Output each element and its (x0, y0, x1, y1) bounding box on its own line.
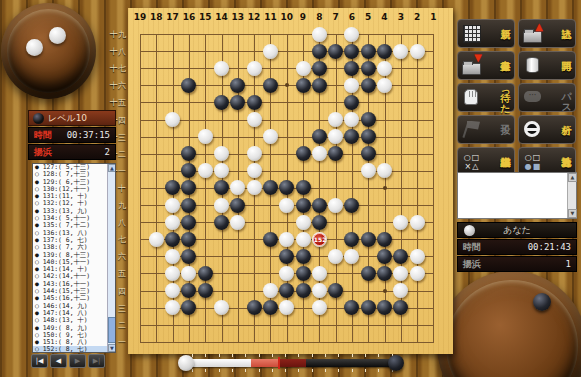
white-stone[interactable] (230, 215, 245, 230)
white-stone[interactable] (344, 112, 359, 127)
black-stone[interactable] (361, 112, 376, 127)
black-stone[interactable] (377, 44, 392, 59)
white-stone[interactable] (263, 129, 278, 144)
move-list-item[interactable]: ○ 152:( 8, 七) (33, 346, 115, 353)
white-stone[interactable] (263, 283, 278, 298)
column-label: 2 (409, 12, 426, 22)
white-stone[interactable] (214, 61, 229, 76)
white-slider-knob[interactable] (178, 355, 194, 371)
white-stone[interactable] (214, 146, 229, 161)
black-stone[interactable] (198, 283, 213, 298)
black-stone[interactable] (328, 146, 343, 161)
black-stone-icon (33, 113, 44, 124)
black-stone[interactable] (230, 198, 245, 213)
tick-mark (365, 369, 366, 372)
next-move-button[interactable]: ▶ (69, 354, 86, 368)
black-stone[interactable] (312, 61, 327, 76)
tick-mark (365, 354, 366, 357)
last-move-button[interactable]: ▶| (88, 354, 105, 368)
move-number-badge: 152 (313, 233, 326, 246)
tick-mark (378, 369, 379, 372)
black-stone[interactable] (377, 249, 392, 264)
speech-bubble-icon: ··· (522, 87, 544, 109)
button-label: 再開 (560, 53, 572, 79)
player-name-bar: あなた (457, 222, 577, 238)
flag-icon (461, 119, 483, 141)
center-marker (278, 357, 280, 369)
folder-up-icon: ▲ (522, 23, 544, 45)
white-stone[interactable] (279, 300, 294, 315)
black-stone[interactable] (230, 78, 245, 93)
black-stone[interactable] (312, 129, 327, 144)
white-stone[interactable] (410, 215, 425, 230)
button-label: 分析 (560, 117, 572, 143)
row-label: 十九 (108, 29, 126, 40)
column-label: 1 (425, 12, 442, 22)
cylinder-icon (522, 55, 544, 77)
tick-mark (219, 354, 220, 357)
column-label: 15 (197, 12, 214, 22)
white-stone[interactable] (393, 283, 408, 298)
edit-shapes-icon: ○□ ×△ (461, 151, 483, 173)
playback-controls: |◀◀▶▶| (31, 354, 105, 368)
white-stone[interactable] (344, 249, 359, 264)
column-label: 7 (327, 12, 344, 22)
white-stone[interactable] (312, 300, 327, 315)
black-stone[interactable] (296, 78, 311, 93)
tick-mark (232, 369, 233, 372)
tick-mark (352, 354, 353, 357)
black-stone[interactable] (344, 44, 359, 59)
game-progress-slider[interactable] (178, 352, 404, 374)
white-stone[interactable] (296, 232, 311, 247)
white-stone[interactable] (247, 112, 262, 127)
grid-line (140, 342, 434, 343)
white-stone[interactable] (279, 232, 294, 247)
column-label: 19 (132, 12, 149, 22)
row-label: 十五 (108, 97, 126, 108)
black-stone[interactable] (230, 95, 245, 110)
button-label: 地合計算 (560, 149, 572, 175)
black-stone[interactable] (263, 78, 278, 93)
tick-mark (205, 354, 206, 357)
opponent-name: レベル10 (48, 112, 87, 125)
captures-label: 揚浜 (463, 258, 481, 271)
column-label: 8 (311, 12, 328, 22)
player-time-row: 時間 00:21:43 (457, 239, 577, 255)
white-stone[interactable] (230, 180, 245, 195)
black-stone[interactable] (344, 300, 359, 315)
resign-button[interactable]: 投了 (457, 115, 515, 144)
black-stone[interactable] (361, 266, 376, 281)
column-label: 3 (392, 12, 409, 22)
black-stone[interactable] (361, 61, 376, 76)
black-slider-knob[interactable] (388, 355, 404, 371)
last-move-marked-stone[interactable]: 152 (312, 232, 327, 247)
white-stone[interactable] (247, 163, 262, 178)
white-stone[interactable] (247, 146, 262, 161)
tick-mark (205, 369, 206, 372)
white-stone[interactable] (165, 249, 180, 264)
black-stone[interactable] (165, 232, 180, 247)
white-stone[interactable] (344, 78, 359, 93)
white-stone[interactable] (214, 163, 229, 178)
white-stone-icon (464, 225, 475, 236)
black-stone[interactable] (263, 180, 278, 195)
load-button[interactable]: ▲読込 (518, 19, 576, 48)
black-stone[interactable] (344, 95, 359, 110)
tick-mark (259, 369, 260, 372)
black-stone[interactable] (328, 283, 343, 298)
white-territory-segment (186, 359, 251, 367)
tick-mark (338, 369, 339, 372)
player-name: あなた (503, 224, 531, 237)
tick-mark (352, 369, 353, 372)
black-stone[interactable] (377, 266, 392, 281)
prev-move-button[interactable]: ◀ (50, 354, 67, 368)
time-label: 時間 (463, 241, 481, 254)
black-stone[interactable] (296, 198, 311, 213)
white-stone[interactable] (247, 61, 262, 76)
message-list-box[interactable]: ▲ ▼ (457, 172, 577, 219)
scroll-up-icon[interactable]: ▲ (108, 164, 116, 172)
white-stone[interactable] (361, 163, 376, 178)
black-stone[interactable] (312, 44, 327, 59)
black-stone[interactable] (181, 232, 196, 247)
move-list-scrollbar[interactable]: ▲ ▼ (107, 164, 115, 352)
white-stone[interactable] (165, 198, 180, 213)
black-stone[interactable] (214, 215, 229, 230)
white-stone[interactable] (312, 283, 327, 298)
black-stone[interactable] (361, 44, 376, 59)
light-red-segment (251, 359, 278, 367)
tick-mark (219, 369, 220, 372)
new-game-button[interactable]: 新規 (457, 19, 515, 48)
player-time-value: 00:21:43 (528, 242, 571, 252)
black-stone[interactable] (328, 44, 343, 59)
black-stone[interactable] (181, 180, 196, 195)
white-stone[interactable] (328, 249, 343, 264)
black-stone[interactable] (393, 249, 408, 264)
tick-mark (285, 354, 286, 357)
white-stone[interactable] (181, 266, 196, 281)
white-stone[interactable] (393, 215, 408, 230)
tick-mark (325, 354, 326, 357)
column-label: 12 (246, 12, 263, 22)
pass-button[interactable]: ···パス (518, 83, 576, 112)
black-stone[interactable] (361, 146, 376, 161)
tick-mark (312, 369, 313, 372)
star-point (285, 83, 289, 87)
black-stone[interactable] (312, 198, 327, 213)
white-stone[interactable] (410, 249, 425, 264)
opponent-captures-value: 2 (105, 147, 110, 157)
button-label: 投了 (499, 117, 511, 143)
tick-mark (312, 354, 313, 357)
button-label: パス (560, 85, 572, 111)
dark-red-segment (278, 359, 305, 367)
bowl-top-icon (522, 119, 544, 141)
black-stone[interactable] (181, 300, 196, 315)
scroll-up-icon[interactable]: ▲ (568, 173, 577, 182)
black-stone[interactable] (181, 283, 196, 298)
black-stone[interactable] (377, 232, 392, 247)
white-stone[interactable] (165, 283, 180, 298)
overwrite-save-button[interactable]: ▼上書保存 (457, 51, 515, 80)
white-stone[interactable] (328, 129, 343, 144)
black-stone[interactable] (393, 300, 408, 315)
white-stone[interactable] (279, 266, 294, 281)
progress-track[interactable] (186, 359, 396, 367)
black-stone[interactable] (361, 129, 376, 144)
white-stone[interactable] (377, 78, 392, 93)
white-stone[interactable] (149, 232, 164, 247)
black-stone[interactable] (361, 78, 376, 93)
folder-down-icon: ▼ (461, 55, 483, 77)
go-board[interactable]: 19181716151413121110987654321152 (128, 8, 453, 354)
black-stone[interactable] (296, 180, 311, 195)
black-stone[interactable] (344, 198, 359, 213)
grid-line (140, 325, 434, 326)
tick-mark (245, 369, 246, 372)
star-point (383, 289, 387, 293)
row-label: 十六 (108, 80, 126, 91)
white-stone[interactable] (410, 44, 425, 59)
black-stone[interactable] (181, 198, 196, 213)
column-label: 18 (148, 12, 165, 22)
star-point (383, 186, 387, 190)
black-stone[interactable] (279, 283, 294, 298)
black-stone[interactable] (296, 283, 311, 298)
tick-mark (272, 354, 273, 357)
black-stone[interactable] (181, 78, 196, 93)
white-stone[interactable] (312, 266, 327, 281)
grid-line (433, 34, 434, 343)
black-stone[interactable] (181, 215, 196, 230)
black-stone[interactable] (198, 266, 213, 281)
command-button-grid: 新規▲読込▼上書保存再開待った···パス投了分析○□ ×△棋譜編集○□●■地合計… (457, 19, 577, 176)
white-stone[interactable] (344, 27, 359, 42)
white-stone[interactable] (165, 300, 180, 315)
opponent-captures-row: 揚浜 2 (28, 144, 116, 160)
black-stone[interactable] (214, 95, 229, 110)
white-stone[interactable] (198, 129, 213, 144)
black-stone[interactable] (181, 146, 196, 161)
white-stone[interactable] (312, 27, 327, 42)
white-stone[interactable] (296, 215, 311, 230)
black-stone[interactable] (279, 180, 294, 195)
player-captures-row: 揚浜 1 (457, 256, 577, 272)
message-scrollbar[interactable]: ▲ ▼ (567, 173, 576, 218)
white-stone[interactable] (328, 112, 343, 127)
white-stone[interactable] (296, 61, 311, 76)
row-label: 十七 (108, 63, 126, 74)
player-captures-value: 1 (566, 259, 571, 269)
button-label: 棋譜編集 (499, 149, 511, 175)
captured-white-stone (26, 39, 43, 56)
column-label: 17 (164, 12, 181, 22)
tick-mark (245, 354, 246, 357)
white-stone[interactable] (410, 266, 425, 281)
column-label: 9 (295, 12, 312, 22)
column-label: 5 (360, 12, 377, 22)
column-label: 16 (180, 12, 197, 22)
tick-mark (192, 354, 193, 357)
black-stone[interactable] (312, 78, 327, 93)
white-stone[interactable] (247, 180, 262, 195)
white-stone[interactable] (393, 44, 408, 59)
column-label: 4 (376, 12, 393, 22)
column-label: 11 (262, 12, 279, 22)
black-stone[interactable] (165, 180, 180, 195)
black-stone[interactable] (361, 232, 376, 247)
tick-mark (378, 354, 379, 357)
button-label: 上書保存 (499, 53, 511, 79)
tick-mark (232, 354, 233, 357)
white-stone[interactable] (165, 215, 180, 230)
hand-icon (461, 87, 483, 109)
black-stone[interactable] (181, 249, 196, 264)
white-stone[interactable] (198, 163, 213, 178)
white-stone[interactable] (214, 198, 229, 213)
black-stone[interactable] (344, 232, 359, 247)
captured-white-stone (49, 27, 66, 44)
white-stone[interactable] (165, 266, 180, 281)
button-label: 新規 (499, 21, 511, 47)
white-stone[interactable] (377, 61, 392, 76)
column-label: 6 (343, 12, 360, 22)
scroll-down-icon[interactable]: ▼ (108, 344, 116, 352)
black-stone[interactable] (279, 249, 294, 264)
black-stone[interactable] (312, 215, 327, 230)
button-label: 待った (499, 85, 511, 111)
black-stone[interactable] (344, 61, 359, 76)
white-stone[interactable] (279, 198, 294, 213)
scroll-down-icon[interactable]: ▼ (568, 209, 577, 218)
tick-mark (272, 369, 273, 372)
tick-mark (259, 354, 260, 357)
bowl-rim (7, 9, 91, 93)
first-move-button[interactable]: |◀ (31, 354, 48, 368)
black-stone[interactable] (247, 95, 262, 110)
tick-mark (285, 369, 286, 372)
opponent-name-bar: レベル10 (28, 110, 116, 126)
scrollbar-thumb[interactable] (108, 317, 116, 343)
white-stone[interactable] (263, 44, 278, 59)
column-label: 10 (278, 12, 295, 22)
bowl-rim (446, 280, 578, 377)
black-stone[interactable] (296, 266, 311, 281)
right-stone-bowl (437, 271, 581, 377)
white-stone[interactable] (328, 198, 343, 213)
column-label: 13 (229, 12, 246, 22)
black-stone[interactable] (344, 129, 359, 144)
move-list[interactable]: ● 127:( 5,十三)○ 128:( 7,十三)● 129:( 6,十三)○… (32, 163, 116, 353)
white-stone[interactable] (165, 112, 180, 127)
tick-mark (298, 369, 299, 372)
row-label: 十八 (108, 46, 126, 57)
black-stone[interactable] (247, 300, 262, 315)
captured-black-stone (533, 293, 551, 311)
white-stone[interactable] (312, 146, 327, 161)
black-stone[interactable] (296, 146, 311, 161)
black-stone[interactable] (181, 163, 196, 178)
tick-mark (338, 354, 339, 357)
resume-button[interactable]: 再開 (518, 51, 576, 80)
tick-mark (298, 354, 299, 357)
captures-label: 揚浜 (34, 146, 52, 159)
white-stone[interactable] (377, 163, 392, 178)
opponent-time-row: 時間 00:37:15 (28, 127, 116, 143)
black-stone[interactable] (296, 249, 311, 264)
black-stone[interactable] (377, 300, 392, 315)
undo-button[interactable]: 待った (457, 83, 515, 112)
left-stone-bowl (1, 3, 96, 99)
button-label: 読込 (560, 21, 572, 47)
opponent-time-value: 00:37:15 (67, 130, 110, 140)
black-stone[interactable] (361, 300, 376, 315)
black-stone[interactable] (263, 300, 278, 315)
analyze-button[interactable]: 分析 (518, 115, 576, 144)
board-grid-icon (461, 23, 483, 45)
column-label: 14 (213, 12, 230, 22)
count-shapes-icon: ○□●■ (522, 151, 544, 173)
tick-mark (325, 369, 326, 372)
black-stone[interactable] (263, 232, 278, 247)
white-stone[interactable] (393, 266, 408, 281)
time-label: 時間 (34, 129, 52, 142)
white-stone[interactable] (214, 300, 229, 315)
black-territory-segment (306, 359, 396, 367)
black-stone[interactable] (214, 180, 229, 195)
tick-mark (192, 369, 193, 372)
grid-line (417, 34, 418, 343)
